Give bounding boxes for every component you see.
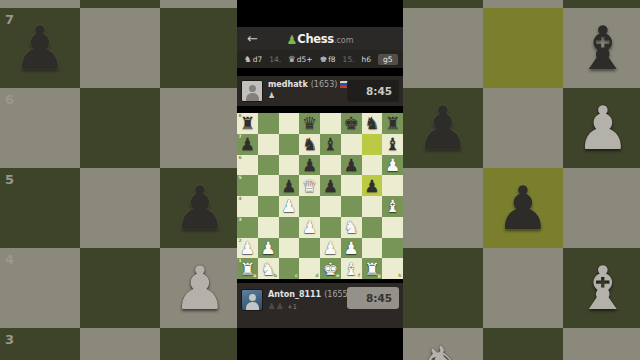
bg-rank-label-4: 4 [5,252,14,267]
square-d5[interactable]: ♛ [299,175,320,196]
clock-bottom: 8:45 [347,287,399,309]
square-e2[interactable]: ♟ [320,238,341,259]
square-a6[interactable]: 6 [237,155,258,176]
piece-bn-g8[interactable]: ♞ [364,113,379,133]
logo-brand-text: Chess [297,32,334,46]
bg-square-c8 [160,0,237,8]
pawn-logo-icon: ♟ [286,33,297,47]
square-c2[interactable] [279,238,300,259]
square-f7[interactable] [341,134,362,155]
bg-piece-wb-h4: ♝ [576,248,630,328]
square-e1[interactable]: ♚e [320,258,341,279]
background-board-right: ♝♟♟♟♝♞ [403,0,640,360]
square-a8[interactable]: ♜8 [237,113,258,134]
piece-bp-g5[interactable]: ♟ [364,176,379,196]
bg-square-h5 [563,168,640,248]
piece-wp-f2[interactable]: ♟ [344,238,359,258]
square-g5[interactable]: ♟ [362,175,383,196]
coord-file-h: h [398,274,401,279]
piece-bn-d7[interactable]: ♞ [302,134,317,154]
square-a2[interactable]: ♟2 [237,238,258,259]
square-e8[interactable] [320,113,341,134]
piece-wp-c4[interactable]: ♟ [281,196,296,216]
piece-bk-f8[interactable]: ♚ [344,113,359,133]
square-f1[interactable]: ♝f [341,258,362,279]
square-f4[interactable] [341,196,362,217]
bg-piece-bp-c5: ♟ [173,168,227,248]
bg-square-f6: ♟ [403,88,483,168]
square-d1[interactable]: d [299,258,320,279]
coord-file-d: d [315,274,318,279]
square-g8[interactable]: ♞ [362,113,383,134]
clock-top: 8:45 [347,80,399,102]
move-number: 15. [343,55,355,64]
square-d3[interactable]: ♟ [299,217,320,238]
bg-rank-label-6: 6 [5,92,14,107]
bg-rank-label-5: 5 [5,172,14,187]
piece-bp-d6[interactable]: ♟ [302,155,317,175]
material-advantage: +1 [287,303,297,311]
bg-rank-label-7: 7 [5,12,14,27]
bg-square-g5: ♟ [483,168,563,248]
coord-rank-3: 3 [239,218,242,223]
square-c1[interactable]: c [279,258,300,279]
square-b2[interactable]: ♟ [258,238,279,259]
bg-square-b3 [80,328,160,360]
move-token-g5[interactable]: g5 [378,54,398,65]
player-name-top: medhatk [268,80,308,89]
bg-square-c3 [160,328,237,360]
piece-bb-h7[interactable]: ♝ [385,134,400,154]
coord-rank-1: 1 [239,259,242,264]
square-b6[interactable] [258,155,279,176]
square-h7[interactable]: ♝ [382,134,403,155]
bg-piece-wp-c4: ♟ [173,248,227,328]
square-g4[interactable] [362,196,383,217]
bg-piece-bp-a7: ♟ [13,8,67,88]
square-c8[interactable] [279,113,300,134]
piece-wp-h6[interactable]: ♟ [385,155,400,175]
bg-piece-wn-f3: ♞ [416,328,470,360]
bg-square-a3: 3 [0,328,80,360]
spacer [237,106,403,113]
piece-wp-e2[interactable]: ♟ [323,238,338,258]
coord-file-e: e [336,274,339,279]
square-f6[interactable]: ♟ [341,155,362,176]
square-g7[interactable] [362,134,383,155]
piece-bp-a7[interactable]: ♟ [240,134,255,154]
piece-wq-d5[interactable]: ♛ [302,176,317,196]
move-token-d7[interactable]: ♞d7 [244,54,262,64]
square-e7[interactable]: ♝ [320,134,341,155]
bg-square-f8 [403,0,483,8]
coord-file-c: c [295,274,298,279]
coord-rank-8: 8 [239,114,242,119]
bg-square-h6: ♟ [563,88,640,168]
player-panel-top: medhatk (1653) ♟ 8:45 [237,76,403,106]
square-b7[interactable] [258,134,279,155]
square-g2[interactable] [362,238,383,259]
square-a7[interactable]: ♟7 [237,134,258,155]
bg-square-a4: 4 [0,248,80,328]
logo-tld-text: .com [334,36,354,45]
square-e5[interactable]: ♟ [320,175,341,196]
move-token-h6[interactable]: h6 [362,55,372,64]
bg-square-b4 [80,248,160,328]
coord-file-g: g [378,274,381,279]
player-info-top: medhatk (1653) [268,80,350,89]
piece-wb-f1[interactable]: ♝ [344,259,359,279]
square-a3[interactable]: 3 [237,217,258,238]
piece-bp-c5[interactable]: ♟ [281,176,296,196]
square-g6[interactable] [362,155,383,176]
spacer [237,68,403,76]
bg-square-h7: ♝ [563,8,640,88]
player-panel-bottom: Anton_8111 (1655) ♟♟ +1 8:45 [237,283,403,328]
app-screenshot: ← ♟Chess.com ♞d714.♛d5+♚f815.h6g5 medhat… [237,0,403,360]
captured-pieces-bottom: ♟♟ +1 [268,302,297,311]
bg-square-b5 [80,168,160,248]
square-b5[interactable] [258,175,279,196]
chess-board[interactable]: ♜8♛♚♞♜♟7♞♝♝6♟♟♟5♟♛♟♟4♟♝3♟♞♟2♟♟♟♜1a♞bcd♚e… [237,113,403,279]
square-b4[interactable] [258,196,279,217]
avatar-top[interactable] [241,80,263,102]
square-c7[interactable] [279,134,300,155]
bg-square-f5 [403,168,483,248]
square-h3[interactable] [382,217,403,238]
player-name-bottom: Anton_8111 [268,290,321,299]
player-rating-top: (1653) [311,80,338,89]
background-board-left: ♟765♟4♟3 [0,0,237,360]
coord-file-b: b [274,274,277,279]
square-f2[interactable]: ♟ [341,238,362,259]
piece-wb-h4[interactable]: ♝ [385,196,400,216]
square-c5[interactable]: ♟ [279,175,300,196]
square-a5[interactable]: 5 [237,175,258,196]
bg-square-f7 [403,8,483,88]
status-bar [237,0,403,27]
square-e4[interactable] [320,196,341,217]
square-d4[interactable] [299,196,320,217]
coord-rank-4: 4 [239,197,242,202]
square-h6[interactable]: ♟ [382,155,403,176]
bg-square-a8 [0,0,80,8]
bg-square-a7: ♟7 [0,8,80,88]
square-b8[interactable] [258,113,279,134]
square-b3[interactable] [258,217,279,238]
piece-wp-d3[interactable]: ♟ [302,217,317,237]
square-c4[interactable]: ♟ [279,196,300,217]
bg-square-g7 [483,8,563,88]
piece-bb-e7[interactable]: ♝ [323,134,338,154]
bottom-letterbox [237,328,403,360]
captured-white-pawn-icon: ♟ [268,91,275,100]
square-d7[interactable]: ♞ [299,134,320,155]
bg-square-h3 [563,328,640,360]
move-token-f8[interactable]: ♚f8 [320,54,336,64]
square-c6[interactable] [279,155,300,176]
square-d6[interactable]: ♟ [299,155,320,176]
square-a4[interactable]: 4 [237,196,258,217]
bg-square-b7 [80,8,160,88]
chesscom-logo: ♟Chess.com [237,26,403,52]
coord-rank-5: 5 [239,176,242,181]
person-icon [249,85,256,92]
square-h4[interactable]: ♝ [382,196,403,217]
app-header: ← ♟Chess.com [237,27,403,50]
square-f5[interactable] [341,175,362,196]
bg-square-h8 [563,0,640,8]
piece-br-h8[interactable]: ♜ [385,113,400,133]
bg-rank-label-3: 3 [5,332,14,347]
coord-rank-7: 7 [239,135,242,140]
piece-wp-a2[interactable]: ♟ [240,238,255,258]
figurine-k-icon: ♚ [320,54,328,64]
square-e3[interactable] [320,217,341,238]
bg-square-c7 [160,8,237,88]
square-d2[interactable] [299,238,320,259]
bg-square-h4: ♝ [563,248,640,328]
square-d8[interactable]: ♛ [299,113,320,134]
piece-br-a8[interactable]: ♜ [240,113,255,133]
bg-square-b6 [80,88,160,168]
person-icon [246,302,259,311]
bg-piece-bp-g5: ♟ [496,168,550,248]
bg-square-a6: 6 [0,88,80,168]
square-f3[interactable]: ♞ [341,217,362,238]
piece-wn-f3[interactable]: ♞ [344,217,359,237]
captured-black-pawn-icon: ♟ [268,302,275,311]
figurine-n-icon: ♞ [244,54,252,64]
captured-black-pawn-icon: ♟ [276,302,283,311]
avatar-bottom[interactable] [241,289,263,311]
square-c3[interactable] [279,217,300,238]
person-icon [249,294,256,301]
background-board-right-grid: ♝♟♟♟♝♞ [403,0,640,360]
captured-pieces-top: ♟ [268,91,275,100]
coord-file-f: f [358,274,360,279]
bg-square-g4 [483,248,563,328]
screen: ♟765♟4♟3 ♝♟♟♟♝♞ ← ♟Chess.com ♞d714.♛d5+♚… [0,0,640,360]
square-h8[interactable]: ♜ [382,113,403,134]
bg-square-c5: ♟ [160,168,237,248]
bg-square-g3 [483,328,563,360]
square-f8[interactable]: ♚ [341,113,362,134]
bg-square-a5: 5 [0,168,80,248]
piece-bp-f6[interactable]: ♟ [344,155,359,175]
square-b1[interactable]: ♞b [258,258,279,279]
square-a1[interactable]: ♜1a [237,258,258,279]
move-token-d5+[interactable]: ♛d5+ [288,54,312,64]
figurine-q-icon: ♛ [288,54,296,64]
coord-rank-2: 2 [239,239,242,244]
coord-file-a: a [253,274,256,279]
piece-bq-d8[interactable]: ♛ [302,113,317,133]
square-h1[interactable]: h [382,258,403,279]
person-icon [246,93,259,102]
background-board-left-grid: ♟765♟4♟3 [0,0,237,360]
bg-piece-bb-h7: ♝ [576,8,630,88]
bg-piece-bp-f6: ♟ [416,88,470,168]
piece-wp-b2[interactable]: ♟ [261,238,276,258]
coord-rank-6: 6 [239,156,242,161]
bg-square-b8 [80,0,160,8]
piece-bp-e5[interactable]: ♟ [323,176,338,196]
square-e6[interactable] [320,155,341,176]
bg-square-g6 [483,88,563,168]
bg-piece-wp-h6: ♟ [576,88,630,168]
bg-square-f4 [403,248,483,328]
bg-square-g8 [483,0,563,8]
bg-square-c4: ♟ [160,248,237,328]
square-g3[interactable] [362,217,383,238]
square-h5[interactable] [382,175,403,196]
bg-square-f3: ♞ [403,328,483,360]
move-list[interactable]: ♞d714.♛d5+♚f815.h6g5 [237,50,403,68]
move-number: 14. [269,55,281,64]
square-h2[interactable] [382,238,403,259]
bg-square-c6 [160,88,237,168]
square-g1[interactable]: ♜g [362,258,383,279]
